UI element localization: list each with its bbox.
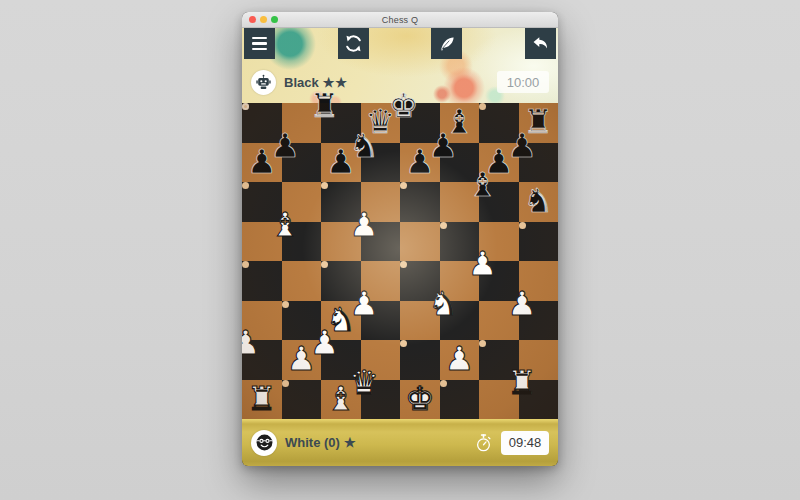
menu-button[interactable] — [244, 28, 275, 59]
piece-white-rook-a1[interactable]: ♜ — [247, 382, 277, 415]
zoom-button[interactable] — [271, 16, 278, 23]
white-avatar — [251, 430, 277, 456]
piece-white-pawn-c2[interactable]: ♟ — [310, 326, 340, 359]
piece-white-pawn-f2[interactable]: ♟ — [444, 342, 474, 375]
square-e1[interactable]: ♚ — [400, 380, 440, 420]
piece-white-king-e1[interactable]: ♚ — [405, 382, 435, 415]
square-g2[interactable] — [479, 340, 486, 347]
traffic-lights — [249, 12, 278, 27]
glasses-face-icon — [255, 433, 274, 452]
square-b7[interactable]: ♟ — [282, 143, 289, 150]
square-a1[interactable]: ♜ — [242, 380, 282, 420]
chess-board: ♜♛♚♝♜♟♟♟♞♟♟♟♟♝♞♝♟♟♞♟♞♟♟♟♟♟♜♝♛♚♜ — [242, 103, 558, 419]
square-b3[interactable] — [282, 301, 289, 308]
square-c2[interactable]: ♟ — [321, 340, 328, 347]
refresh-button[interactable] — [338, 28, 369, 59]
piece-black-pawn-h7[interactable]: ♟ — [507, 129, 537, 162]
app-window: Chess Q — [242, 12, 558, 466]
square-f3[interactable]: ♞ — [440, 301, 447, 308]
piece-white-pawn-d5[interactable]: ♟ — [349, 208, 379, 241]
square-g4[interactable]: ♟ — [479, 261, 486, 268]
refresh-icon — [344, 34, 363, 53]
square-e2[interactable] — [400, 340, 407, 347]
close-button[interactable] — [249, 16, 256, 23]
stopwatch-icon — [475, 433, 492, 453]
square-d5[interactable]: ♟ — [361, 222, 368, 229]
piece-white-pawn-a2[interactable]: ♟ — [242, 326, 260, 359]
square-c8[interactable]: ♜ — [321, 103, 328, 110]
white-clock: 09:48 — [501, 431, 549, 455]
square-g8[interactable] — [479, 103, 486, 110]
square-c4[interactable] — [321, 261, 328, 268]
square-h3[interactable]: ♟ — [519, 301, 526, 308]
piece-black-knight-d7[interactable]: ♞ — [349, 129, 379, 162]
piece-white-bishop-b5[interactable]: ♝ — [270, 208, 300, 241]
robot-icon — [255, 74, 272, 91]
minimize-button[interactable] — [260, 16, 267, 23]
square-e5[interactable] — [400, 222, 440, 262]
piece-white-pawn-d3[interactable]: ♟ — [349, 287, 379, 320]
square-f5[interactable] — [440, 222, 447, 229]
square-f2[interactable]: ♟ — [440, 340, 480, 380]
square-a8[interactable] — [242, 103, 249, 110]
square-c6[interactable] — [321, 182, 328, 189]
undo-button[interactable] — [525, 28, 556, 59]
desktop-background: Chess Q — [0, 0, 800, 500]
piece-black-bishop-g6[interactable]: ♝ — [468, 168, 498, 201]
white-player-label: White (0) — [285, 435, 340, 450]
undo-arrow-icon — [531, 34, 550, 53]
square-g6[interactable]: ♝ — [479, 182, 486, 189]
piece-black-rook-c8[interactable]: ♜ — [310, 89, 340, 122]
black-clock: 10:00 — [497, 71, 549, 93]
square-d1[interactable]: ♛ — [361, 380, 368, 387]
square-f1[interactable] — [440, 380, 447, 387]
toolbar — [242, 28, 558, 59]
square-a4[interactable] — [242, 261, 249, 268]
white-player-stars: ★ — [344, 435, 357, 450]
piece-white-queen-d1[interactable]: ♛ — [349, 366, 379, 399]
square-a6[interactable] — [242, 182, 249, 189]
window-title: Chess Q — [382, 15, 418, 25]
player-info-white: White (0)★ 09:48 — [242, 419, 558, 466]
compose-button[interactable] — [431, 28, 462, 59]
square-b4[interactable] — [282, 261, 322, 301]
square-e4[interactable] — [400, 261, 407, 268]
square-d7[interactable]: ♞ — [361, 143, 368, 150]
square-h6[interactable]: ♞ — [519, 182, 559, 222]
feather-icon — [438, 35, 456, 53]
square-e6[interactable] — [400, 182, 407, 189]
piece-white-knight-f3[interactable]: ♞ — [428, 287, 458, 320]
window-titlebar[interactable]: Chess Q — [242, 12, 558, 28]
piece-white-pawn-h3[interactable]: ♟ — [507, 287, 537, 320]
square-h5[interactable] — [519, 222, 526, 229]
square-b5[interactable]: ♝ — [282, 222, 289, 229]
square-h1[interactable]: ♜ — [519, 380, 526, 387]
black-avatar — [251, 70, 276, 95]
piece-black-pawn-f7[interactable]: ♟ — [428, 129, 458, 162]
hamburger-icon — [252, 37, 267, 50]
piece-black-king-e8[interactable]: ♚ — [389, 89, 419, 122]
white-player-name: White (0)★ — [285, 435, 357, 450]
square-a2[interactable]: ♟ — [242, 340, 249, 347]
square-d3[interactable]: ♟ — [361, 301, 368, 308]
piece-black-knight-h6[interactable]: ♞ — [523, 184, 553, 217]
piece-white-pawn-g4[interactable]: ♟ — [468, 247, 498, 280]
square-f7[interactable]: ♟ — [440, 143, 447, 150]
square-h7[interactable]: ♟ — [519, 143, 526, 150]
square-b1[interactable] — [282, 380, 289, 387]
square-e8[interactable]: ♚ — [400, 103, 407, 110]
piece-black-pawn-b7[interactable]: ♟ — [270, 129, 300, 162]
piece-white-rook-h1[interactable]: ♜ — [507, 366, 537, 399]
